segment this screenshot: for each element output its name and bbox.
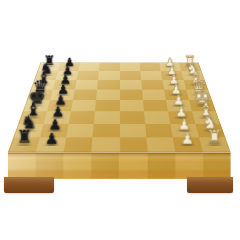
square[interactable] xyxy=(99,63,120,71)
square[interactable] xyxy=(119,124,145,138)
square[interactable] xyxy=(139,63,160,71)
square[interactable] xyxy=(146,137,175,152)
square[interactable] xyxy=(119,100,143,111)
square[interactable] xyxy=(141,80,164,90)
square[interactable] xyxy=(77,71,99,80)
square[interactable] xyxy=(119,137,147,152)
piece-black-pawn[interactable]: ♟ xyxy=(37,126,65,146)
square[interactable] xyxy=(97,80,119,90)
piece-white-rook[interactable]: ♜ xyxy=(201,124,229,146)
square[interactable] xyxy=(92,137,120,152)
square[interactable] xyxy=(143,100,168,111)
square[interactable] xyxy=(66,124,94,138)
square[interactable] xyxy=(119,111,144,123)
square[interactable] xyxy=(94,111,119,123)
chess-board: ♜♟♟♜♞♟♟♞♝♟♟♝♛♟♟♛♚♟♟♚♝♟♟♝♞♟♟♞♜♟♟♜ xyxy=(8,63,231,153)
board-right-foot xyxy=(187,177,233,193)
square[interactable] xyxy=(64,137,93,152)
chess-set-scene: ♜♟♟♜♞♟♟♞♝♟♟♝♛♟♟♛♚♟♟♚♝♟♟♝♞♟♟♞♜♟♟♜ xyxy=(0,0,240,240)
square[interactable] xyxy=(73,90,97,100)
square[interactable] xyxy=(96,90,119,100)
photo-background: ♜♟♟♜♞♟♟♞♝♟♟♝♛♟♟♛♚♟♟♚♝♟♟♝♞♟♟♞♜♟♟♜ xyxy=(0,0,240,240)
square[interactable] xyxy=(145,124,173,138)
square[interactable] xyxy=(75,80,98,90)
square[interactable] xyxy=(120,63,141,71)
square[interactable] xyxy=(142,90,166,100)
square[interactable] xyxy=(93,124,120,138)
square[interactable] xyxy=(79,63,100,71)
square[interactable] xyxy=(69,111,95,123)
square[interactable] xyxy=(120,71,141,80)
square[interactable] xyxy=(140,71,162,80)
square[interactable] xyxy=(120,90,143,100)
square[interactable] xyxy=(71,100,96,111)
square[interactable] xyxy=(144,111,170,123)
piece-white-pawn[interactable]: ♟ xyxy=(173,126,201,146)
square[interactable] xyxy=(120,80,142,90)
square[interactable] xyxy=(98,71,119,80)
board-left-foot xyxy=(4,177,54,193)
square[interactable] xyxy=(95,100,119,111)
piece-black-rook[interactable]: ♜ xyxy=(10,124,38,146)
board-front-edge xyxy=(8,152,231,178)
